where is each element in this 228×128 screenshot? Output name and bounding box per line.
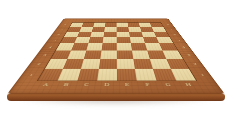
- file-label-b: B: [54, 82, 77, 90]
- board-frame: ABCDEFGH 87654321 87654321: [7, 19, 225, 95]
- square-d1: [97, 69, 117, 81]
- square-e2: [117, 59, 135, 69]
- file-label-c: C: [75, 82, 97, 90]
- square-e1: [117, 69, 137, 81]
- file-label-h: H: [177, 82, 201, 90]
- file-label-e: E: [117, 82, 138, 90]
- square-c1: [77, 69, 98, 81]
- file-label-f: F: [137, 82, 159, 90]
- file-labels-bottom: ABCDEFGH: [33, 82, 201, 90]
- board-front-edge: [7, 94, 225, 101]
- chess-board: ABCDEFGH 87654321 87654321: [7, 19, 225, 95]
- square-c2: [81, 59, 100, 69]
- file-label-d: D: [96, 82, 117, 90]
- product-photo: ABCDEFGH 87654321 87654321: [0, 0, 228, 128]
- square-d2: [99, 59, 117, 69]
